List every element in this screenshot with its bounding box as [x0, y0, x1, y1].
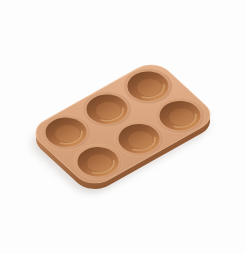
muffin-pan-illustration: [0, 0, 245, 254]
product-photo: [0, 0, 245, 254]
